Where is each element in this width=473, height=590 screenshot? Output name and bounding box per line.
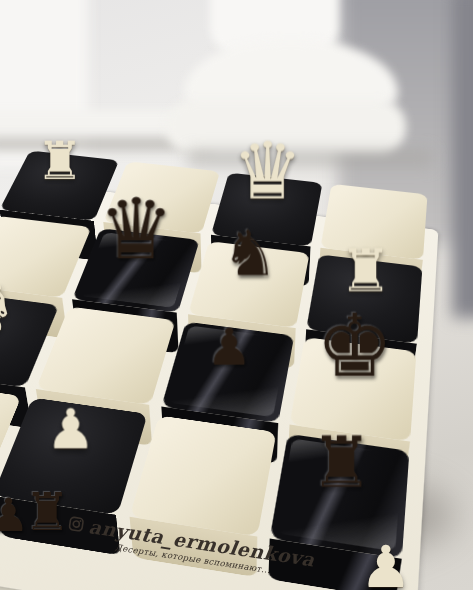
cube-r2c3-cream: ♞ <box>188 241 310 327</box>
chess-cake-photo: ♜♛♛♞♜♞♟♚♟♜ anyuta_ermolenkova Десерты, к… <box>0 0 473 590</box>
white-pawn: ♟ <box>47 402 96 457</box>
black-knight: ♞ <box>221 223 277 286</box>
white-queen: ♛ <box>232 131 303 210</box>
ob-white-pawn: ♟ <box>360 538 412 590</box>
white-rook: ♜ <box>339 241 392 300</box>
cube-r3c2-cream <box>36 306 175 405</box>
white-rook: ♜ <box>36 134 83 187</box>
ob-black-rook: ♜ <box>24 486 71 538</box>
black-rook: ♜ <box>310 427 373 497</box>
board-scene: ♜♛♛♞♜♞♟♚♟♜ <box>0 0 473 590</box>
white-knight: ♞ <box>0 274 18 340</box>
cube-r2c2-black: ♛ <box>73 228 200 312</box>
black-pawn: ♟ <box>206 322 252 373</box>
black-king: ♚ <box>316 303 394 390</box>
cube-r3c3-black: ♟ <box>161 321 294 423</box>
black-queen: ♛ <box>99 187 175 271</box>
cube-r4c3-cream <box>129 415 276 536</box>
